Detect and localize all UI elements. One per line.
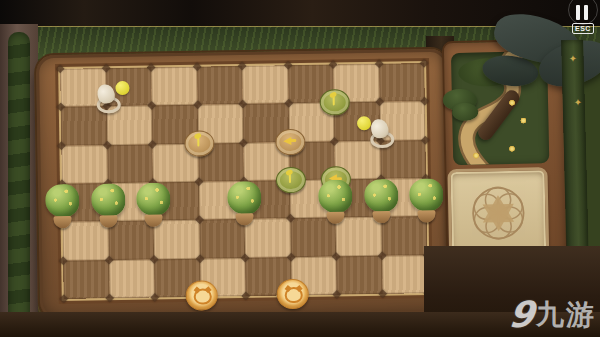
pause-icon: [568, 0, 598, 25]
side-panel: [442, 39, 569, 260]
piece-bush[interactable]: [317, 180, 354, 227]
piece-disc_orange_cat[interactable]: [276, 279, 306, 307]
board-cell[interactable]: [151, 67, 197, 106]
board-cell[interactable]: [63, 260, 109, 299]
board-cell[interactable]: [382, 255, 428, 294]
piece-disc_green_sprout[interactable]: [275, 167, 303, 191]
piece-snail_E[interactable]: [91, 83, 121, 113]
board-cell[interactable]: [107, 144, 153, 183]
main-board-area: [34, 47, 454, 322]
gold-flower-icon: [520, 118, 526, 124]
piece-bush[interactable]: [408, 178, 445, 225]
watermark: 9 九游: [509, 294, 596, 335]
board-cell[interactable]: [109, 259, 155, 298]
rosette-emblem-icon: [468, 183, 529, 244]
gold-flower-icon: [509, 146, 515, 152]
piece-disc_wood_arrow[interactable]: [275, 129, 303, 153]
shrub: [452, 103, 478, 122]
piece-bush[interactable]: [362, 179, 399, 226]
gold-star-icon: [568, 54, 577, 64]
game-screen: ESC 9 九游: [0, 0, 600, 337]
gold-flower-icon: [473, 153, 479, 159]
piece-bush[interactable]: [89, 183, 126, 230]
board-cell[interactable]: [336, 256, 382, 295]
piece-disc_orange_cat[interactable]: [185, 280, 215, 308]
pause-button[interactable]: ESC: [565, 1, 599, 35]
piece-bush[interactable]: [226, 181, 263, 228]
piece-disc_green_sprout[interactable]: [320, 89, 348, 113]
gold-flower-icon: [509, 100, 515, 106]
board-cell[interactable]: [197, 66, 243, 105]
piece-bush[interactable]: [44, 184, 81, 231]
esc-key-hint: ESC: [572, 23, 594, 34]
watermark-text: 九游: [536, 296, 596, 334]
piece-bush[interactable]: [135, 183, 172, 230]
watermark-logo: 9: [507, 294, 536, 335]
piece-snail_W[interactable]: [364, 117, 394, 147]
board[interactable]: [60, 63, 428, 299]
board-cell[interactable]: [242, 65, 288, 104]
book-left-edge: [0, 24, 38, 337]
gold-star-icon: [574, 98, 583, 108]
board-cell[interactable]: [61, 145, 107, 184]
piece-disc_wood_sprout[interactable]: [184, 130, 212, 154]
board-cell[interactable]: [379, 63, 425, 102]
